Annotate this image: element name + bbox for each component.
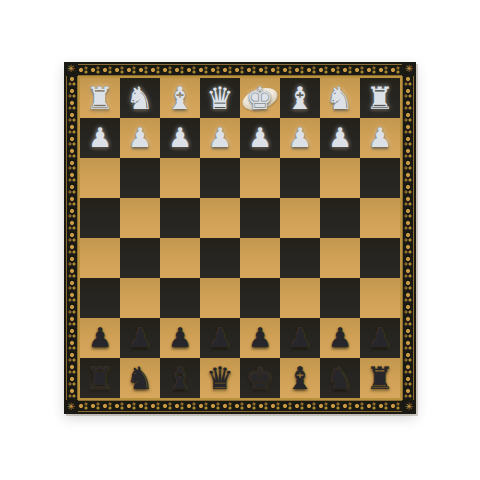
square-f4[interactable] (280, 238, 320, 278)
square-a2[interactable]: ♟ (80, 318, 120, 358)
square-d3[interactable] (200, 278, 240, 318)
square-c3[interactable] (160, 278, 200, 318)
clear-knight[interactable]: ♞ (126, 78, 154, 118)
corner-rosette-icon: ✳ (65, 401, 77, 413)
clear-queen[interactable]: ♛ (206, 78, 234, 118)
clear-pawn[interactable]: ♟ (208, 118, 232, 158)
square-g2[interactable]: ♟ (320, 318, 360, 358)
square-g6[interactable] (320, 158, 360, 198)
square-g5[interactable] (320, 198, 360, 238)
square-c1[interactable]: ♝ (160, 358, 200, 398)
square-a5[interactable] (80, 198, 120, 238)
chessboard: ✳ ✳ ✳ ✳ ♜♞♝♛♚♝♞♜♟♟♟♟♟♟♟♟♟♟♟♟♟♟♟♟♜♞♝♛♚♝♞♜ (64, 62, 416, 414)
square-f7[interactable]: ♟ (280, 118, 320, 158)
black-pawn[interactable]: ♟ (248, 318, 272, 358)
border-ornament-top (78, 64, 402, 76)
square-d7[interactable]: ♟ (200, 118, 240, 158)
border-ornament-bottom (78, 400, 402, 412)
square-g4[interactable] (320, 238, 360, 278)
black-pawn[interactable]: ♟ (368, 318, 392, 358)
black-bishop[interactable]: ♝ (166, 358, 194, 398)
square-a6[interactable] (80, 158, 120, 198)
square-g1[interactable]: ♞ (320, 358, 360, 398)
square-c4[interactable] (160, 238, 200, 278)
square-a8[interactable]: ♜ (80, 78, 120, 118)
square-d6[interactable] (200, 158, 240, 198)
square-c2[interactable]: ♟ (160, 318, 200, 358)
square-c7[interactable]: ♟ (160, 118, 200, 158)
black-pawn[interactable]: ♟ (88, 318, 112, 358)
clear-knight[interactable]: ♞ (326, 78, 354, 118)
square-b8[interactable]: ♞ (120, 78, 160, 118)
square-e3[interactable] (240, 278, 280, 318)
square-b3[interactable] (120, 278, 160, 318)
border-ornament-left (66, 76, 78, 400)
square-c5[interactable] (160, 198, 200, 238)
photo-canvas: ✳ ✳ ✳ ✳ ♜♞♝♛♚♝♞♜♟♟♟♟♟♟♟♟♟♟♟♟♟♟♟♟♜♞♝♛♚♝♞♜ (0, 0, 480, 480)
square-b7[interactable]: ♟ (120, 118, 160, 158)
square-c6[interactable] (160, 158, 200, 198)
square-h8[interactable]: ♜ (360, 78, 400, 118)
corner-rosette-icon: ✳ (403, 401, 415, 413)
clear-rook[interactable]: ♜ (366, 78, 394, 118)
black-rook[interactable]: ♜ (366, 358, 394, 398)
square-b2[interactable]: ♟ (120, 318, 160, 358)
clear-pawn[interactable]: ♟ (328, 118, 352, 158)
black-pawn[interactable]: ♟ (168, 318, 192, 358)
square-e7[interactable]: ♟ (240, 118, 280, 158)
square-h7[interactable]: ♟ (360, 118, 400, 158)
square-f2[interactable]: ♟ (280, 318, 320, 358)
square-d8[interactable]: ♛ (200, 78, 240, 118)
square-f8[interactable]: ♝ (280, 78, 320, 118)
square-d4[interactable] (200, 238, 240, 278)
square-d1[interactable]: ♛ (200, 358, 240, 398)
square-a4[interactable] (80, 238, 120, 278)
corner-rosette-icon: ✳ (403, 63, 415, 75)
square-e6[interactable] (240, 158, 280, 198)
square-h3[interactable] (360, 278, 400, 318)
square-b5[interactable] (120, 198, 160, 238)
square-g3[interactable] (320, 278, 360, 318)
border-ornament-right (402, 76, 414, 400)
square-g8[interactable]: ♞ (320, 78, 360, 118)
corner-rosette-icon: ✳ (65, 63, 77, 75)
square-c8[interactable]: ♝ (160, 78, 200, 118)
square-e4[interactable] (240, 238, 280, 278)
square-a3[interactable] (80, 278, 120, 318)
square-e1[interactable]: ♚ (240, 358, 280, 398)
square-g7[interactable]: ♟ (320, 118, 360, 158)
square-a7[interactable]: ♟ (80, 118, 120, 158)
clear-rook[interactable]: ♜ (86, 78, 114, 118)
black-bishop[interactable]: ♝ (286, 358, 314, 398)
square-d5[interactable] (200, 198, 240, 238)
clear-bishop[interactable]: ♝ (166, 78, 194, 118)
black-queen[interactable]: ♛ (206, 358, 234, 398)
square-f1[interactable]: ♝ (280, 358, 320, 398)
black-knight[interactable]: ♞ (126, 358, 154, 398)
square-h6[interactable] (360, 158, 400, 198)
square-e5[interactable] (240, 198, 280, 238)
black-king[interactable]: ♚ (246, 358, 274, 398)
square-f3[interactable] (280, 278, 320, 318)
square-h4[interactable] (360, 238, 400, 278)
clear-pawn[interactable]: ♟ (88, 118, 112, 158)
square-b6[interactable] (120, 158, 160, 198)
square-h5[interactable] (360, 198, 400, 238)
black-pawn[interactable]: ♟ (128, 318, 152, 358)
square-d2[interactable]: ♟ (200, 318, 240, 358)
board-squares: ♜♞♝♛♚♝♞♜♟♟♟♟♟♟♟♟♟♟♟♟♟♟♟♟♜♞♝♛♚♝♞♜ (80, 78, 400, 398)
square-f5[interactable] (280, 198, 320, 238)
square-f6[interactable] (280, 158, 320, 198)
black-pawn[interactable]: ♟ (328, 318, 352, 358)
clear-pawn[interactable]: ♟ (248, 118, 272, 158)
clear-pawn[interactable]: ♟ (288, 118, 312, 158)
square-h1[interactable]: ♜ (360, 358, 400, 398)
clear-pawn[interactable]: ♟ (368, 118, 392, 158)
square-a1[interactable]: ♜ (80, 358, 120, 398)
clear-pawn[interactable]: ♟ (128, 118, 152, 158)
black-pawn[interactable]: ♟ (288, 318, 312, 358)
square-h2[interactable]: ♟ (360, 318, 400, 358)
clear-bishop[interactable]: ♝ (286, 78, 314, 118)
square-e8[interactable]: ♚ (240, 78, 280, 118)
square-b4[interactable] (120, 238, 160, 278)
square-e2[interactable]: ♟ (240, 318, 280, 358)
black-knight[interactable]: ♞ (326, 358, 354, 398)
square-b1[interactable]: ♞ (120, 358, 160, 398)
black-rook[interactable]: ♜ (86, 358, 114, 398)
black-pawn[interactable]: ♟ (208, 318, 232, 358)
clear-king[interactable]: ♚ (246, 78, 274, 118)
clear-pawn[interactable]: ♟ (168, 118, 192, 158)
